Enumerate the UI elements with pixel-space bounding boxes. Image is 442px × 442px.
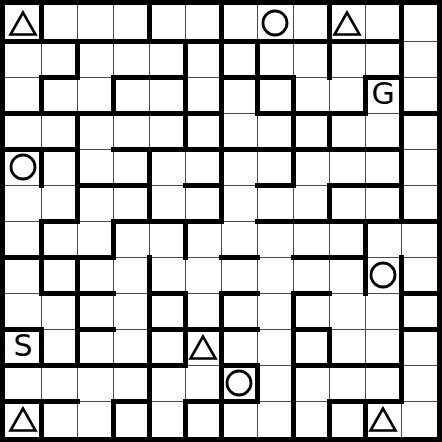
wall-vertical-r11c4 [147,363,152,404]
cell-r8c4[interactable] [113,257,149,293]
cell-r8c5[interactable] [149,257,185,293]
wall-vertical-r11c11 [399,363,404,404]
cell-r9c5[interactable] [149,293,185,329]
wall-horizontal-r3c12 [399,111,440,116]
cell-r4c2[interactable] [41,113,77,149]
cell-r4c1[interactable] [5,113,41,149]
wall-vertical-r4c11 [399,111,404,152]
cell-r4c4[interactable] [113,113,149,149]
wall-vertical-r2c2 [75,39,80,80]
cell-r1c6[interactable] [185,5,221,41]
wall-vertical-r3c8 [291,75,296,116]
cell-r10c4[interactable] [113,329,149,365]
wall-vertical-r3c7 [255,75,260,116]
wall-horizontal-r6c6 [183,219,224,224]
cell-r4c12[interactable] [401,113,437,149]
wall-vertical-r11c8 [291,363,296,404]
wall-vertical-r7c5 [183,219,188,260]
triangle-symbol [5,5,41,41]
wall-horizontal-r6c4 [111,219,152,224]
cell-r10c3[interactable] [77,329,113,365]
cell-r4c5[interactable] [149,113,185,149]
cell-r5c10[interactable] [329,149,365,185]
cell-r8c10[interactable] [329,257,365,293]
wall-vertical-r10c11 [399,327,404,368]
wall-horizontal-r1c9 [291,39,332,44]
cell-r11c11[interactable] [365,365,401,401]
wall-vertical-r3c5 [183,75,188,116]
cell-r2c11[interactable] [365,41,401,77]
wall-horizontal-r6c8 [255,219,296,224]
cell-r2c6[interactable] [185,41,221,77]
cell-r9c4[interactable] [113,293,149,329]
cell-r8c7[interactable] [221,257,257,293]
wall-vertical-r12c4 [147,399,152,440]
wall-horizontal-r4c10 [327,147,368,152]
wall-vertical-r6c11 [399,183,404,224]
wall-vertical-r12c3 [111,399,116,440]
wall-vertical-r8c2 [75,255,80,296]
cell-r12c5[interactable] [149,401,185,437]
cell-r8c8[interactable] [257,257,293,293]
wall-vertical-r12c8 [291,399,296,440]
cell-r5c2[interactable] [41,149,77,185]
wall-vertical-r10c8 [291,327,296,368]
cell-r6c12[interactable] [401,185,437,221]
cell-r2c10[interactable] [329,41,365,77]
wall-horizontal-r4c11 [363,147,404,152]
cell-r2c8[interactable] [257,41,293,77]
wall-horizontal-r4c9 [291,147,332,152]
cell-r9c1[interactable] [5,293,41,329]
wall-horizontal-r5c10 [327,183,368,188]
cell-r12c10[interactable] [329,401,365,437]
wall-vertical-r2c5 [183,39,188,80]
wall-vertical-r9c5 [183,291,188,332]
cell-r5c12[interactable] [401,149,437,185]
cell-r2c2[interactable] [41,41,77,77]
cell-r3c4[interactable] [113,77,149,113]
wall-horizontal-r10c9 [291,363,332,368]
cell-r10c5[interactable] [149,329,185,365]
wall-horizontal-r8c12 [399,291,440,296]
wall-horizontal-r3c5 [147,111,188,116]
cell-r4c10[interactable] [329,113,365,149]
wall-vertical-r5c6 [219,147,224,188]
cell-r11c5[interactable] [149,365,185,401]
wall-horizontal-r5c4 [111,183,152,188]
cell-r3c5[interactable] [149,77,185,113]
cell-r12c7[interactable] [221,401,257,437]
wall-horizontal-r6c12 [399,219,440,224]
cell-r3c3[interactable] [77,77,113,113]
wall-horizontal-r3c9 [291,111,332,116]
wall-horizontal-r3c1 [3,111,44,116]
wall-horizontal-r9c12 [399,327,440,332]
cell-r4c3[interactable] [77,113,113,149]
cell-r3c2[interactable] [41,77,77,113]
wall-horizontal-r6c9 [291,219,332,224]
cell-r2c1[interactable] [5,41,41,77]
wall-horizontal-r4c5 [147,147,188,152]
wall-horizontal-r3c4 [111,111,152,116]
wall-horizontal-r11c10 [327,399,368,404]
cell-r3c7[interactable] [221,77,257,113]
circle-symbol [257,5,293,41]
cell-r2c4[interactable] [113,41,149,77]
triangle-symbol [329,5,365,41]
cell-r8c3[interactable] [77,257,113,293]
cell-r7c6[interactable] [185,221,221,257]
cell-r5c6[interactable] [185,149,221,185]
cell-r7c5[interactable] [149,221,185,257]
wall-horizontal-r6c2 [39,219,80,224]
cell-r4c8[interactable] [257,113,293,149]
wall-horizontal-r11c2 [39,399,80,404]
wall-vertical-r6c4 [147,183,152,224]
wall-vertical-r2c6 [219,39,224,80]
cell-r10c12[interactable] [401,329,437,365]
cell-r5c9[interactable] [293,149,329,185]
cell-r10c10[interactable] [329,329,365,365]
cell-r9c2[interactable] [41,293,77,329]
cell-r2c3[interactable] [77,41,113,77]
cell-r4c11[interactable] [365,113,401,149]
cell-r10c7[interactable] [221,329,257,365]
wall-vertical-r4c5 [183,111,188,152]
cell-r1c2[interactable] [41,5,77,41]
wall-horizontal-r6c5 [147,219,188,224]
wall-horizontal-r8c2 [39,291,80,296]
cell-r9c9[interactable] [293,293,329,329]
cell-r6c5[interactable] [149,185,185,221]
wall-horizontal-r6c11 [363,219,404,224]
wall-horizontal-r3c6 [183,111,224,116]
cell-r11c3[interactable] [77,365,113,401]
start-cell-label: S [5,329,41,365]
cell-r4c7[interactable] [221,113,257,149]
cell-r6c3[interactable] [77,185,113,221]
wall-vertical-r1c4 [147,3,152,44]
cell-r1c4[interactable] [113,5,149,41]
cell-r1c5[interactable] [149,5,185,41]
cell-r2c7[interactable] [221,41,257,77]
cell-r5c3[interactable] [77,149,113,185]
cell-r7c9[interactable] [293,221,329,257]
wall-vertical-r5c11 [399,147,404,188]
cell-r8c1[interactable] [5,257,41,293]
wall-horizontal-r2c4 [111,75,152,80]
cell-r5c8[interactable] [257,149,293,185]
cell-r5c4[interactable] [113,149,149,185]
wall-vertical-r5c2 [75,147,80,188]
cell-r6c9[interactable] [293,185,329,221]
wall-vertical-r5c4 [147,147,152,188]
cell-r11c1[interactable] [5,365,41,401]
cell-r7c10[interactable] [329,221,365,257]
triangle-symbol [5,401,41,437]
wall-vertical-r5c8 [291,147,296,188]
cell-r2c9[interactable] [293,41,329,77]
cell-r3c10[interactable] [329,77,365,113]
cell-r5c5[interactable] [149,149,185,185]
wall-horizontal-r10c3 [75,363,116,368]
wall-vertical-r1c6 [219,3,224,44]
cell-r6c6[interactable] [185,185,221,221]
cell-r10c2[interactable] [41,329,77,365]
cell-r6c1[interactable] [5,185,41,221]
wall-vertical-r7c3 [111,219,116,260]
wall-horizontal-r4c6 [183,147,224,152]
wall-vertical-r9c2 [75,291,80,332]
wall-vertical-r7c10 [363,219,368,260]
cell-r10c9[interactable] [293,329,329,365]
cell-r10c11[interactable] [365,329,401,365]
cell-r1c3[interactable] [77,5,113,41]
wall-vertical-r2c11 [399,39,404,80]
wall-horizontal-r5c8 [255,183,296,188]
wall-vertical-r12c5 [183,399,188,440]
wall-horizontal-r3c2 [39,111,80,116]
cell-r8c9[interactable] [293,257,329,293]
wall-vertical-r4c9 [327,111,332,152]
cell-r7c2[interactable] [41,221,77,257]
wall-vertical-r3c3 [111,75,116,116]
wall-horizontal-r11c4 [111,399,152,404]
wall-vertical-r6c9 [327,183,332,224]
cell-r12c4[interactable] [113,401,149,437]
wall-horizontal-r7c9 [291,255,332,260]
wall-horizontal-r1c4 [111,39,152,44]
cell-r12c2[interactable] [41,401,77,437]
cell-r6c7[interactable] [221,185,257,221]
cell-r9c8[interactable] [257,293,293,329]
wall-horizontal-r10c2 [39,363,80,368]
cell-r5c11[interactable] [365,149,401,185]
puzzle-stage: GS [0,0,442,442]
wall-vertical-r4c8 [291,111,296,152]
cell-r11c12[interactable] [401,365,437,401]
wall-vertical-r3c1 [39,75,44,116]
wall-horizontal-r7c10 [327,255,368,260]
wall-vertical-r2c7 [255,39,260,80]
wall-horizontal-r1c11 [363,39,404,44]
wall-horizontal-r7c7 [219,255,260,260]
wall-horizontal-r4c2 [39,147,80,152]
wall-vertical-r10c9 [327,327,332,368]
wall-horizontal-r6c10 [327,219,368,224]
wall-horizontal-r11c6 [183,399,224,404]
wall-vertical-r9c6 [219,291,224,332]
wall-horizontal-r1c2 [39,39,80,44]
circle-symbol [365,257,401,293]
cell-r11c10[interactable] [329,365,365,401]
wall-horizontal-r5c11 [363,183,404,188]
cell-r3c8[interactable] [257,77,293,113]
cell-r7c4[interactable] [113,221,149,257]
wall-horizontal-r3c10 [327,111,368,116]
wall-horizontal-r10c4 [111,363,152,368]
cell-r11c9[interactable] [293,365,329,401]
wall-horizontal-r5c6 [183,183,224,188]
wall-horizontal-r9c7 [219,327,260,332]
wall-vertical-r6c6 [219,183,224,224]
cell-r3c6[interactable] [185,77,221,113]
cell-r7c7[interactable] [221,221,257,257]
cell-r9c3[interactable] [77,293,113,329]
cell-r7c12[interactable] [401,221,437,257]
cell-r2c12[interactable] [401,41,437,77]
wall-horizontal-r1c6 [183,39,224,44]
wall-vertical-r9c11 [399,291,404,332]
cell-r12c9[interactable] [293,401,329,437]
wall-vertical-r9c8 [291,291,296,332]
wall-vertical-r4c2 [75,111,80,152]
wall-vertical-r8c4 [147,255,152,296]
maze-board: GS [0,0,442,442]
wall-horizontal-r9c9 [291,327,332,332]
cell-r9c10[interactable] [329,293,365,329]
circle-symbol [5,149,41,185]
cell-r8c12[interactable] [401,257,437,293]
wall-vertical-r1c11 [399,3,404,44]
wall-horizontal-r10c11 [363,363,404,368]
wall-vertical-r10c2 [75,327,80,368]
wall-horizontal-r8c5 [147,291,188,296]
cell-r8c6[interactable] [185,257,221,293]
goal-cell-label: G [365,77,401,113]
wall-horizontal-r4c7 [219,147,260,152]
wall-vertical-r7c1 [39,219,44,260]
cell-r9c6[interactable] [185,293,221,329]
cell-r11c8[interactable] [257,365,293,401]
cell-r6c10[interactable] [329,185,365,221]
wall-vertical-r6c2 [75,183,80,224]
cell-r9c7[interactable] [221,293,257,329]
wall-horizontal-r7c3 [75,255,116,260]
cell-r6c8[interactable] [257,185,293,221]
wall-horizontal-r7c1 [3,255,44,260]
cell-r3c1[interactable] [5,77,41,113]
wall-vertical-r4c6 [219,111,224,152]
wall-horizontal-r2c2 [39,75,80,80]
cell-r7c1[interactable] [5,221,41,257]
wall-horizontal-r3c3 [75,111,116,116]
cell-r8c2[interactable] [41,257,77,293]
wall-horizontal-r7c2 [39,255,80,260]
wall-horizontal-r1c3 [75,39,116,44]
wall-horizontal-r9c5 [147,327,188,332]
cell-r7c11[interactable] [365,221,401,257]
wall-horizontal-r1c7 [219,39,260,44]
cell-r6c4[interactable] [113,185,149,221]
cell-r9c12[interactable] [401,293,437,329]
cell-r7c3[interactable] [77,221,113,257]
cell-r11c4[interactable] [113,365,149,401]
cell-r4c6[interactable] [185,113,221,149]
cell-r12c8[interactable] [257,401,293,437]
cell-r4c9[interactable] [293,113,329,149]
cell-r12c6[interactable] [185,401,221,437]
cell-r3c9[interactable] [293,77,329,113]
wall-vertical-r9c4 [147,291,152,332]
circle-symbol [221,365,257,401]
cell-r1c9[interactable] [293,5,329,41]
wall-horizontal-r1c5 [147,39,188,44]
wall-horizontal-r2c5 [147,75,188,80]
wall-vertical-r3c6 [219,75,224,116]
cell-r6c2[interactable] [41,185,77,221]
wall-vertical-r10c4 [147,327,152,368]
wall-horizontal-r2c7 [219,75,260,80]
wall-horizontal-r10c5 [147,363,188,368]
wall-horizontal-r4c8 [255,147,296,152]
cell-r1c12[interactable] [401,5,437,41]
wall-vertical-r8c1 [39,255,44,296]
cell-r12c3[interactable] [77,401,113,437]
wall-horizontal-r8c9 [291,291,332,296]
cell-r10c8[interactable] [257,329,293,365]
wall-horizontal-r3c8 [255,111,296,116]
triangle-symbol [365,401,401,437]
wall-vertical-r12c9 [327,399,332,440]
wall-horizontal-r8c7 [219,291,260,296]
wall-horizontal-r10c10 [327,363,368,368]
cell-r11c2[interactable] [41,365,77,401]
cell-r6c11[interactable] [365,185,401,221]
triangle-symbol [185,329,221,365]
wall-horizontal-r9c3 [75,327,116,332]
cell-r3c12[interactable] [401,77,437,113]
cell-r9c11[interactable] [365,293,401,329]
cell-r12c12[interactable] [401,401,437,437]
wall-horizontal-r8c3 [75,291,116,296]
wall-horizontal-r5c3 [75,183,116,188]
cell-r1c7[interactable] [221,5,257,41]
cell-r11c6[interactable] [185,365,221,401]
cell-r5c7[interactable] [221,149,257,185]
wall-vertical-r2c9 [327,39,332,80]
wall-horizontal-r2c8 [255,75,296,80]
wall-vertical-r12c6 [219,399,224,440]
wall-horizontal-r4c4 [111,147,152,152]
cell-r2c5[interactable] [149,41,185,77]
cell-r1c11[interactable] [365,5,401,41]
cell-r7c8[interactable] [257,221,293,257]
